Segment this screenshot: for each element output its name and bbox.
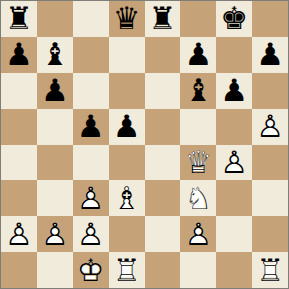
square-a6[interactable] bbox=[1, 73, 37, 109]
white-pawn-piece[interactable]: ♟♙ bbox=[37, 216, 73, 252]
white-piece-outline: ♖ bbox=[252, 252, 288, 288]
square-d8[interactable]: ♛ bbox=[109, 1, 145, 37]
square-e1[interactable] bbox=[145, 252, 181, 288]
square-c2[interactable]: ♟♙ bbox=[73, 216, 109, 252]
square-f5[interactable] bbox=[180, 109, 216, 145]
square-d6[interactable] bbox=[109, 73, 145, 109]
chess-board: ♜♛♜♚♟♝♟♟♟♝♟♟♟♟♙♛♕♟♙♟♙♝♗♞♘♟♙♟♙♟♙♟♙♚♔♜♖♜♖ bbox=[0, 0, 289, 289]
square-g2[interactable] bbox=[216, 216, 252, 252]
square-e3[interactable] bbox=[145, 180, 181, 216]
square-f1[interactable] bbox=[180, 252, 216, 288]
square-g5[interactable] bbox=[216, 109, 252, 145]
white-bishop-piece[interactable]: ♝♗ bbox=[109, 180, 145, 216]
square-e4[interactable] bbox=[145, 145, 181, 181]
square-b1[interactable] bbox=[37, 252, 73, 288]
square-h2[interactable] bbox=[252, 216, 288, 252]
black-pawn-piece[interactable]: ♟ bbox=[216, 73, 252, 109]
square-c7[interactable] bbox=[73, 37, 109, 73]
white-piece-outline: ♙ bbox=[180, 216, 216, 252]
square-f4[interactable]: ♛♕ bbox=[180, 145, 216, 181]
square-e7[interactable] bbox=[145, 37, 181, 73]
square-e6[interactable] bbox=[145, 73, 181, 109]
square-b2[interactable]: ♟♙ bbox=[37, 216, 73, 252]
square-a1[interactable] bbox=[1, 252, 37, 288]
square-g8[interactable]: ♚ bbox=[216, 1, 252, 37]
square-f3[interactable]: ♞♘ bbox=[180, 180, 216, 216]
square-b3[interactable] bbox=[37, 180, 73, 216]
white-queen-piece[interactable]: ♛♕ bbox=[180, 145, 216, 181]
black-king-piece[interactable]: ♚ bbox=[216, 1, 252, 37]
square-e2[interactable] bbox=[145, 216, 181, 252]
square-d2[interactable] bbox=[109, 216, 145, 252]
square-h1[interactable]: ♜♖ bbox=[252, 252, 288, 288]
black-rook-piece[interactable]: ♜ bbox=[145, 1, 181, 37]
square-c1[interactable]: ♚♔ bbox=[73, 252, 109, 288]
square-h8[interactable] bbox=[252, 1, 288, 37]
black-pawn-piece[interactable]: ♟ bbox=[180, 37, 216, 73]
white-rook-piece[interactable]: ♜♖ bbox=[252, 252, 288, 288]
square-a5[interactable] bbox=[1, 109, 37, 145]
white-knight-piece[interactable]: ♞♘ bbox=[180, 180, 216, 216]
square-d5[interactable]: ♟ bbox=[109, 109, 145, 145]
black-queen-piece[interactable]: ♛ bbox=[109, 1, 145, 37]
square-b8[interactable] bbox=[37, 1, 73, 37]
square-e8[interactable]: ♜ bbox=[145, 1, 181, 37]
white-rook-piece[interactable]: ♜♖ bbox=[109, 252, 145, 288]
white-piece-outline: ♕ bbox=[180, 145, 216, 181]
square-f8[interactable] bbox=[180, 1, 216, 37]
white-piece-outline: ♙ bbox=[37, 216, 73, 252]
square-d4[interactable] bbox=[109, 145, 145, 181]
square-a2[interactable]: ♟♙ bbox=[1, 216, 37, 252]
square-f7[interactable]: ♟ bbox=[180, 37, 216, 73]
black-rook-piece[interactable]: ♜ bbox=[1, 1, 37, 37]
square-g6[interactable]: ♟ bbox=[216, 73, 252, 109]
white-piece-outline: ♗ bbox=[109, 180, 145, 216]
white-pawn-piece[interactable]: ♟♙ bbox=[180, 216, 216, 252]
black-bishop-piece[interactable]: ♝ bbox=[37, 37, 73, 73]
square-g3[interactable] bbox=[216, 180, 252, 216]
white-pawn-piece[interactable]: ♟♙ bbox=[252, 109, 288, 145]
square-h5[interactable]: ♟♙ bbox=[252, 109, 288, 145]
square-a8[interactable]: ♜ bbox=[1, 1, 37, 37]
black-pawn-piece[interactable]: ♟ bbox=[252, 37, 288, 73]
white-piece-outline: ♙ bbox=[216, 145, 252, 181]
white-piece-outline: ♔ bbox=[73, 252, 109, 288]
square-h7[interactable]: ♟ bbox=[252, 37, 288, 73]
white-piece-outline: ♘ bbox=[180, 180, 216, 216]
square-f2[interactable]: ♟♙ bbox=[180, 216, 216, 252]
chess-board-container: ♜♛♜♚♟♝♟♟♟♝♟♟♟♟♙♛♕♟♙♟♙♝♗♞♘♟♙♟♙♟♙♟♙♚♔♜♖♜♖ bbox=[0, 0, 289, 289]
square-g4[interactable]: ♟♙ bbox=[216, 145, 252, 181]
black-pawn-piece[interactable]: ♟ bbox=[37, 73, 73, 109]
square-h6[interactable] bbox=[252, 73, 288, 109]
square-h4[interactable] bbox=[252, 145, 288, 181]
square-a3[interactable] bbox=[1, 180, 37, 216]
white-piece-outline: ♖ bbox=[109, 252, 145, 288]
white-piece-outline: ♙ bbox=[1, 216, 37, 252]
white-pawn-piece[interactable]: ♟♙ bbox=[73, 180, 109, 216]
square-b7[interactable]: ♝ bbox=[37, 37, 73, 73]
square-c8[interactable] bbox=[73, 1, 109, 37]
white-pawn-piece[interactable]: ♟♙ bbox=[73, 216, 109, 252]
square-c5[interactable]: ♟ bbox=[73, 109, 109, 145]
black-pawn-piece[interactable]: ♟ bbox=[109, 109, 145, 145]
white-piece-outline: ♙ bbox=[252, 109, 288, 145]
black-bishop-piece[interactable]: ♝ bbox=[180, 73, 216, 109]
square-d7[interactable] bbox=[109, 37, 145, 73]
square-h3[interactable] bbox=[252, 180, 288, 216]
square-b5[interactable] bbox=[37, 109, 73, 145]
square-b4[interactable] bbox=[37, 145, 73, 181]
square-g1[interactable] bbox=[216, 252, 252, 288]
white-pawn-piece[interactable]: ♟♙ bbox=[216, 145, 252, 181]
square-c3[interactable]: ♟♙ bbox=[73, 180, 109, 216]
square-a7[interactable]: ♟ bbox=[1, 37, 37, 73]
square-d1[interactable]: ♜♖ bbox=[109, 252, 145, 288]
square-c4[interactable] bbox=[73, 145, 109, 181]
black-pawn-piece[interactable]: ♟ bbox=[73, 109, 109, 145]
white-piece-outline: ♙ bbox=[73, 216, 109, 252]
white-king-piece[interactable]: ♚♔ bbox=[73, 252, 109, 288]
square-b6[interactable]: ♟ bbox=[37, 73, 73, 109]
white-piece-outline: ♙ bbox=[73, 180, 109, 216]
square-e5[interactable] bbox=[145, 109, 181, 145]
square-g7[interactable] bbox=[216, 37, 252, 73]
square-f6[interactable]: ♝ bbox=[180, 73, 216, 109]
square-c6[interactable] bbox=[73, 73, 109, 109]
square-d3[interactable]: ♝♗ bbox=[109, 180, 145, 216]
white-pawn-piece[interactable]: ♟♙ bbox=[1, 216, 37, 252]
square-a4[interactable] bbox=[1, 145, 37, 181]
black-pawn-piece[interactable]: ♟ bbox=[1, 37, 37, 73]
